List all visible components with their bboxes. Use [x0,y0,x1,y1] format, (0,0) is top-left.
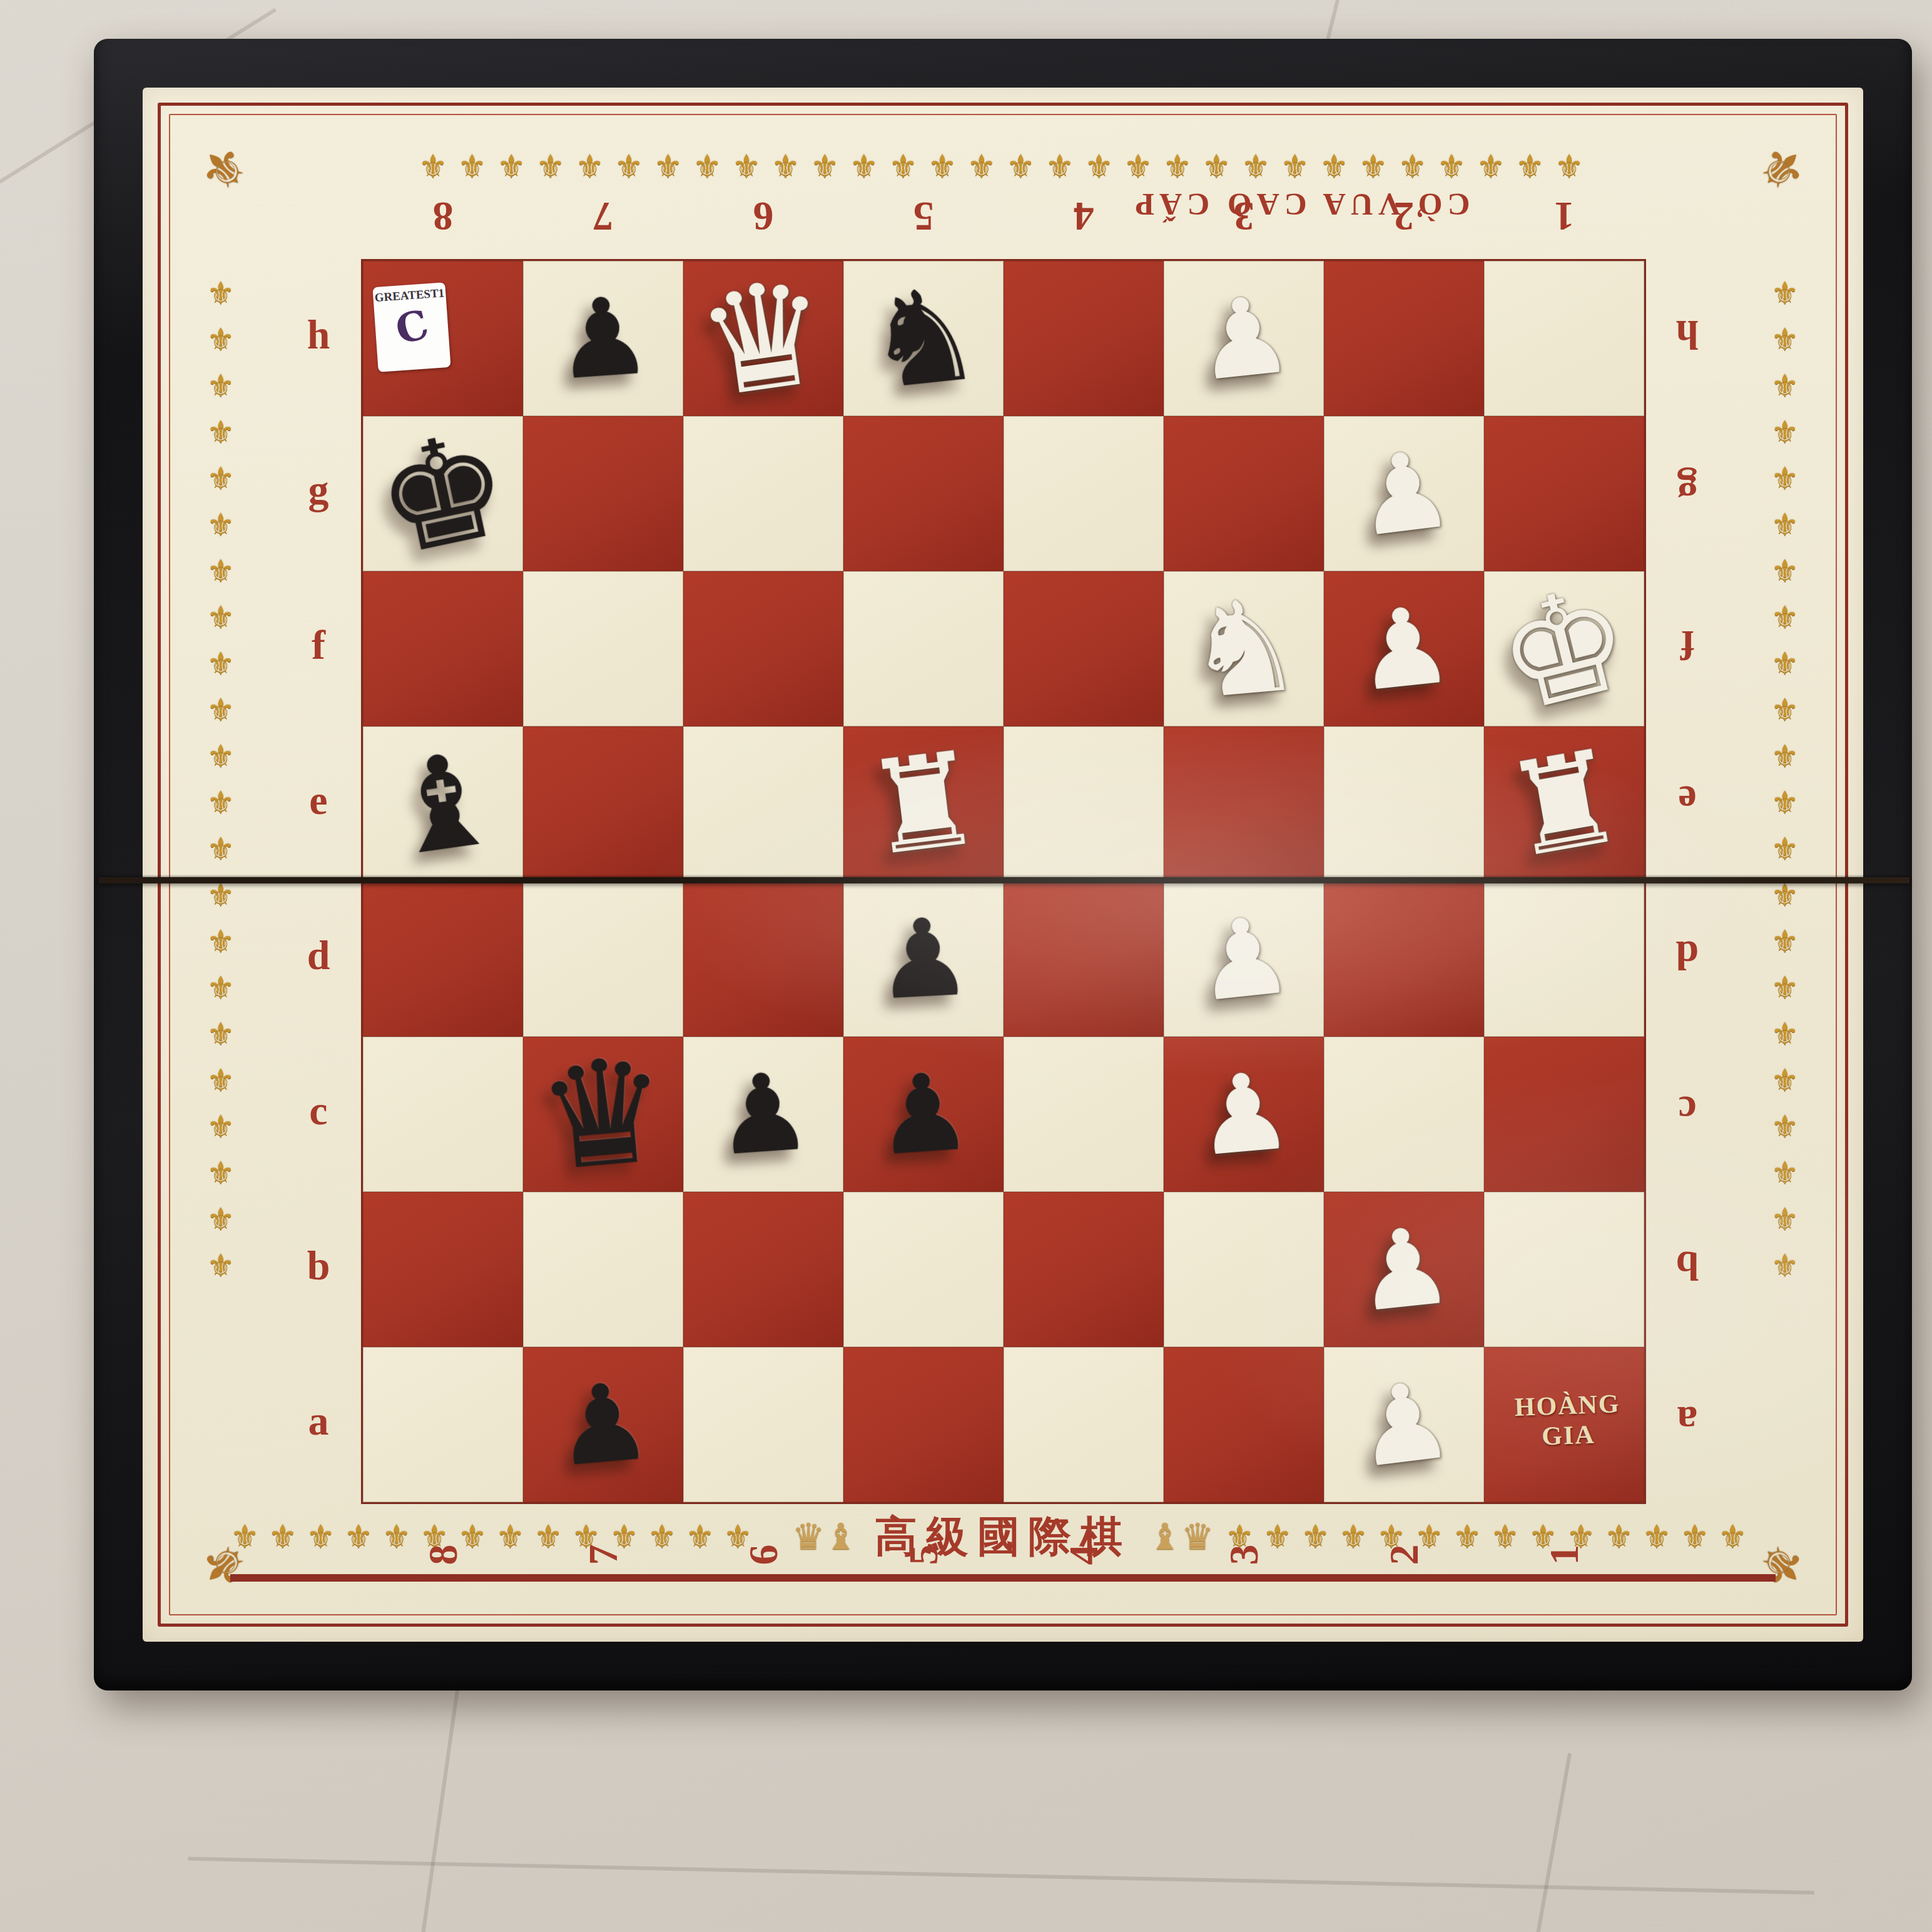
coordinate-label-a: a [290,1397,347,1445]
square-c4[interactable] [1004,1037,1164,1192]
piece-white-pawn-h3[interactable]: ♟ [1156,253,1332,424]
square-c7[interactable]: ♛ [523,1037,683,1192]
square-f1[interactable]: ♚ [1484,571,1644,726]
coordinate-label-e: e [1659,776,1716,824]
square-g3[interactable] [1164,416,1324,571]
square-f4[interactable] [1004,571,1164,726]
piece-black-bishop-e8[interactable]: ♝ [353,716,533,892]
square-g7[interactable] [523,416,683,571]
piece-black-pawn-c6[interactable]: ♟ [678,1031,849,1197]
coordinate-label-b: b [1659,1242,1716,1289]
square-h3[interactable]: ♟ [1164,261,1324,416]
square-e5[interactable]: ♜ [843,726,1004,882]
square-d2[interactable] [1324,882,1484,1037]
square-f7[interactable] [523,571,683,726]
coordinate-label-3: 3 [1164,193,1324,240]
square-b6[interactable] [683,1192,843,1347]
square-e6[interactable] [683,726,843,882]
square-h2[interactable] [1324,261,1484,416]
square-f2[interactable]: ♟ [1324,571,1484,726]
piece-white-rook-e5[interactable]: ♜ [835,717,1012,890]
floor-grout-line [420,1684,460,1932]
square-e7[interactable] [523,726,683,882]
square-f5[interactable] [843,571,1004,726]
coordinate-label-f: f [290,621,347,669]
square-c8[interactable] [363,1037,523,1192]
sticker-text: GREATEST1 [374,286,445,305]
square-g4[interactable] [1004,416,1164,571]
coordinate-label-h: h [290,311,347,358]
piece-white-king-f1[interactable]: ♚ [1468,554,1660,744]
square-h7[interactable]: ♟ [523,261,683,416]
coordinate-label-4: 4 [1004,193,1164,240]
square-d8[interactable] [363,882,523,1037]
square-c5[interactable]: ♟ [843,1037,1004,1192]
coordinate-label-h: h [1659,311,1716,358]
coordinate-label-2: 2 [1380,1475,1428,1635]
square-d3[interactable]: ♟ [1164,882,1324,1037]
piece-white-pawn-d3[interactable]: ♟ [1156,873,1332,1044]
coordinate-label-g: g [290,466,347,514]
coordinate-label-e: e [290,776,347,824]
piece-black-knight-h5[interactable]: ♞ [836,253,1012,424]
manufacturer-sticker: GREATEST1 C [372,282,450,372]
square-b8[interactable] [363,1192,523,1347]
fleur-de-lis-border-left: ⚜⚜⚜⚜⚜⚜⚜⚜⚜⚜⚜⚜⚜⚜⚜⚜⚜⚜⚜⚜⚜⚜ [203,275,239,1502]
coordinate-label-d: d [290,932,347,979]
board-fold-seam [99,877,1909,883]
coordinate-label-8: 8 [419,1475,467,1635]
square-c6[interactable]: ♟ [683,1037,843,1192]
square-h5[interactable]: ♞ [843,261,1004,416]
square-e1[interactable]: ♜ [1484,726,1644,882]
coordinate-label-g: g [1659,466,1716,514]
fleur-run-left: ⚜⚜⚜⚜⚜⚜⚜⚜⚜⚜⚜⚜⚜⚜ [230,1518,781,1555]
square-b4[interactable] [1004,1192,1164,1347]
coordinate-label-8: 8 [363,193,523,240]
square-b3[interactable] [1164,1192,1324,1347]
coordinate-label-3: 3 [1220,1475,1268,1635]
coordinate-label-6: 6 [740,1475,787,1635]
piece-white-rook-e1[interactable]: ♜ [1472,714,1656,895]
chess-piece-icons-right: ♝♛ [1149,1515,1214,1558]
corner-ornament-icon: ⚜ [185,130,264,209]
fleur-de-lis-border-right: ⚜⚜⚜⚜⚜⚜⚜⚜⚜⚜⚜⚜⚜⚜⚜⚜⚜⚜⚜⚜⚜⚜ [1767,275,1803,1502]
square-f8[interactable] [363,571,523,726]
square-c2[interactable] [1324,1037,1484,1192]
coordinate-label-2: 2 [1324,193,1484,240]
piece-white-pawn-b2[interactable]: ♟ [1316,1184,1492,1355]
coordinate-label-1: 1 [1540,1475,1588,1635]
piece-white-knight-f3[interactable]: ♞ [1157,564,1331,733]
coordinate-label-1: 1 [1484,193,1644,240]
piece-black-pawn-d5[interactable]: ♟ [840,877,1008,1040]
square-h4[interactable] [1004,261,1164,416]
piece-black-pawn-h7[interactable]: ♟ [518,255,689,421]
square-e4[interactable] [1004,726,1164,882]
coordinate-label-4: 4 [1060,1475,1107,1635]
chess-piece-icons-left: ♛♝ [792,1515,857,1558]
square-g6[interactable] [683,416,843,571]
coordinate-label-d: d [1659,932,1716,979]
square-d4[interactable] [1004,882,1164,1037]
square-b5[interactable] [843,1192,1004,1347]
coordinate-label-a: a [1659,1397,1716,1445]
piece-white-pawn-c3[interactable]: ♟ [1157,1030,1331,1198]
square-d1[interactable] [1484,882,1644,1037]
square-f6[interactable] [683,571,843,726]
corner-ornament-icon: ⚜ [1742,130,1821,209]
square-h6[interactable]: ♛ [683,261,843,416]
square-d5[interactable]: ♟ [843,882,1004,1037]
chess-board-frame: ⚜⚜⚜⚜⚜⚜⚜⚜⚜⚜⚜⚜⚜⚜⚜⚜⚜⚜⚜⚜⚜⚜⚜⚜⚜⚜⚜⚜⚜⚜ ⚜⚜⚜⚜⚜⚜⚜⚜⚜… [94,39,1912,1690]
fleur-run-right: ⚜⚜⚜⚜⚜⚜⚜⚜⚜⚜⚜⚜⚜⚜ [1225,1518,1776,1555]
coordinate-label-5: 5 [900,1475,947,1635]
square-d6[interactable] [683,882,843,1037]
coordinate-label-7: 7 [523,193,683,240]
square-g8[interactable]: ♚ [363,416,523,571]
coordinate-label-f: f [1659,621,1716,669]
piece-white-queen-h6[interactable]: ♛ [673,250,853,426]
square-e3[interactable] [1164,726,1324,882]
fleur-de-lis-border-top: ⚜⚜⚜⚜⚜⚜⚜⚜⚜⚜⚜⚜⚜⚜⚜⚜⚜⚜⚜⚜⚜⚜⚜⚜⚜⚜⚜⚜⚜⚜ [249,148,1763,185]
square-d7[interactable] [523,882,683,1037]
piece-black-king-g8[interactable]: ♚ [348,401,537,586]
board-face: ⚜⚜⚜⚜⚜⚜⚜⚜⚜⚜⚜⚜⚜⚜⚜⚜⚜⚜⚜⚜⚜⚜⚜⚜⚜⚜⚜⚜⚜⚜ ⚜⚜⚜⚜⚜⚜⚜⚜⚜… [143,88,1863,1642]
square-b7[interactable] [523,1192,683,1347]
square-b2[interactable]: ♟ [1324,1192,1484,1347]
sticker-logo-icon: C [390,300,433,353]
coordinate-label-6: 6 [683,193,843,240]
square-g1[interactable] [1484,416,1644,571]
coordinate-label-7: 7 [579,1475,627,1635]
square-e2[interactable] [1324,726,1484,882]
floor-grout-line [1535,1753,1572,1932]
square-b1[interactable] [1484,1192,1644,1347]
piece-black-queen-c7[interactable]: ♛ [517,1030,690,1198]
piece-white-pawn-g2[interactable]: ♟ [1315,407,1493,580]
brand-text-a1: HOÀNG GIA [1485,1387,1650,1453]
coordinate-label-c: c [1659,1087,1716,1134]
piece-black-pawn-c5[interactable]: ♟ [838,1031,1009,1197]
square-g2[interactable]: ♟ [1324,416,1484,571]
coordinate-label-c: c [290,1087,347,1134]
square-e8[interactable]: ♝ [363,726,523,882]
photo-scene: ⚜⚜⚜⚜⚜⚜⚜⚜⚜⚜⚜⚜⚜⚜⚜⚜⚜⚜⚜⚜⚜⚜⚜⚜⚜⚜⚜⚜⚜⚜ ⚜⚜⚜⚜⚜⚜⚜⚜⚜… [0,0,1932,1932]
coordinate-label-b: b [290,1242,347,1289]
square-c1[interactable] [1484,1037,1644,1192]
square-c3[interactable]: ♟ [1164,1037,1324,1192]
square-g5[interactable] [843,416,1004,571]
square-h1[interactable] [1484,261,1644,416]
piece-white-pawn-f2[interactable]: ♟ [1316,563,1492,734]
square-f3[interactable]: ♞ [1164,571,1324,726]
coordinate-label-5: 5 [843,193,1004,240]
